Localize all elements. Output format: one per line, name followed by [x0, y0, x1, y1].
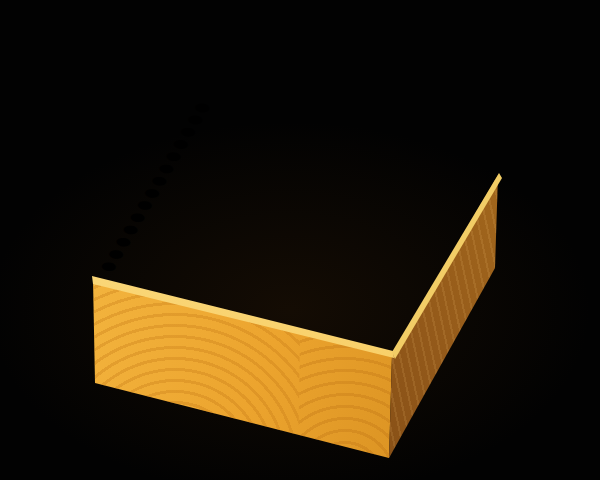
- go-set-photo: ●●●●●●●●●●●●●●: [0, 0, 600, 480]
